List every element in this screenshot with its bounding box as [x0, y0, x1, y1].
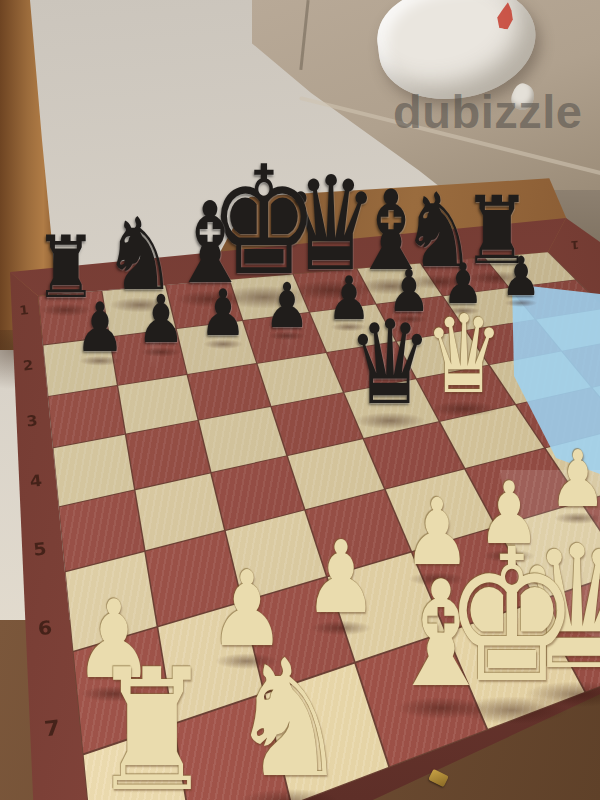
watermark-text: dubizzle [393, 84, 600, 144]
piece-white-n-b8: ♞ [229, 638, 348, 800]
piece-black-q-e4: ♛ [347, 305, 432, 421]
piece-white-p-f7: ♟ [549, 440, 600, 518]
piece-white-q-f4: ♛ [424, 301, 503, 409]
rank-label-left-2: 2 [22, 356, 34, 373]
rank-label-left-7: 7 [43, 715, 61, 740]
rank-label-left-4: 4 [29, 471, 43, 491]
rank-label-left-6: 6 [37, 616, 54, 639]
piece-white-k-d8: ♚ [444, 524, 579, 708]
rank-label-right-1: 1 [570, 238, 580, 252]
piece-black-p-h2: ♟ [501, 250, 541, 304]
piece-white-r-a8: ♜ [90, 647, 213, 800]
piece-black-p-b2: ♟ [137, 287, 186, 353]
piece-white-p-c7: ♟ [304, 528, 378, 628]
photo-scene: 123456781234 dubizzle ♜♞♝♚♛♝♞♜♟♟♟♟♟♟♟♟♛♛… [0, 0, 600, 800]
piece-black-p-a2: ♟ [75, 294, 125, 362]
rank-label-left-1: 1 [19, 302, 30, 318]
piece-black-p-c2: ♟ [199, 281, 246, 345]
rank-label-left-3: 3 [25, 411, 38, 430]
rank-label-left-5: 5 [33, 538, 48, 559]
piece-black-p-d2: ♟ [264, 275, 310, 337]
